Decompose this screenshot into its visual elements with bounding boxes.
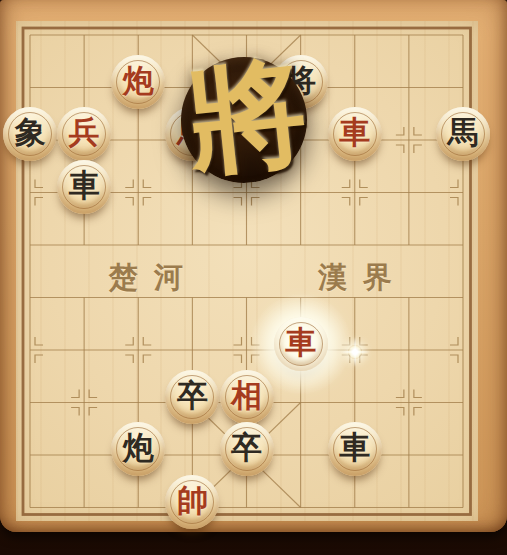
piece-glyph: 卒 <box>220 422 274 476</box>
river-label-left: 楚河 <box>93 258 199 298</box>
piece-red-soldier[interactable]: 兵 <box>57 107 111 161</box>
piece-glyph: 炮 <box>111 422 165 476</box>
check-announcement-badge <box>181 57 307 183</box>
piece-glyph: 車 <box>57 160 111 214</box>
piece-black-chariot[interactable]: 車 <box>57 160 111 214</box>
piece-glyph: 車 <box>328 107 382 161</box>
piece-glyph: 車 <box>328 422 382 476</box>
piece-glyph: 兵 <box>57 107 111 161</box>
piece-red-chariot[interactable]: 車 <box>274 317 328 371</box>
piece-glyph: 車 <box>274 317 328 371</box>
piece-black-cannon[interactable]: 炮 <box>111 422 165 476</box>
piece-glyph: 馬 <box>436 107 490 161</box>
sparkle-core-icon <box>348 345 362 359</box>
piece-black-soldier[interactable]: 卒 <box>165 370 219 424</box>
piece-glyph: 卒 <box>165 370 219 424</box>
piece-glyph: 帥 <box>165 475 219 529</box>
piece-black-elephant[interactable]: 象 <box>3 107 57 161</box>
piece-glyph: 象 <box>3 107 57 161</box>
piece-black-soldier[interactable]: 卒 <box>220 422 274 476</box>
piece-black-horse[interactable]: 馬 <box>436 107 490 161</box>
piece-red-general[interactable]: 帥 <box>165 475 219 529</box>
game-stage: 楚河 漢界 炮将象兵馬車馬車車卒相炮卒車帥 將 <box>0 0 507 555</box>
piece-red-cannon[interactable]: 炮 <box>111 55 165 109</box>
sparkle-effect <box>342 339 368 365</box>
river-label-right: 漢界 <box>302 258 408 298</box>
piece-glyph: 炮 <box>111 55 165 109</box>
piece-glyph: 相 <box>220 370 274 424</box>
piece-red-elephant[interactable]: 相 <box>220 370 274 424</box>
piece-red-chariot[interactable]: 車 <box>328 107 382 161</box>
piece-black-chariot[interactable]: 車 <box>328 422 382 476</box>
